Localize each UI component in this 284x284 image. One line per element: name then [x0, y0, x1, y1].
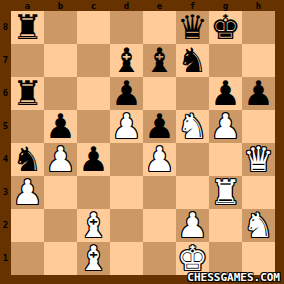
- square-c1[interactable]: ♝: [77, 242, 110, 275]
- square-c4[interactable]: ♟: [77, 143, 110, 176]
- square-h6[interactable]: ♟: [242, 77, 275, 110]
- square-g2[interactable]: [209, 209, 242, 242]
- piece-white-knight-f5[interactable]: ♞: [176, 110, 209, 143]
- piece-black-knight-f7[interactable]: ♞: [176, 44, 209, 77]
- square-d2[interactable]: [110, 209, 143, 242]
- square-d5[interactable]: ♟: [110, 110, 143, 143]
- rank-label-2: 2: [0, 209, 11, 242]
- square-a3[interactable]: ♟: [11, 176, 44, 209]
- piece-white-pawn-e4[interactable]: ♟: [143, 143, 176, 176]
- chess-board-frame: abcdefgh 87654321 ♜♛♚♝♝♞♜♟♟♟♟♟♟♞♟♞♟♟♟♛♟♜…: [0, 0, 284, 284]
- piece-black-pawn-c4[interactable]: ♟: [77, 143, 110, 176]
- rank-label-6: 6: [0, 77, 11, 110]
- square-a2[interactable]: [11, 209, 44, 242]
- square-e2[interactable]: [143, 209, 176, 242]
- piece-white-queen-h4[interactable]: ♛: [242, 143, 275, 176]
- piece-black-pawn-h6[interactable]: ♟: [242, 77, 275, 110]
- piece-white-knight-h2[interactable]: ♞: [242, 209, 275, 242]
- piece-white-pawn-a3[interactable]: ♟: [11, 176, 44, 209]
- piece-white-pawn-b4[interactable]: ♟: [44, 143, 77, 176]
- square-b3[interactable]: [44, 176, 77, 209]
- rank-label-7: 7: [0, 44, 11, 77]
- square-h8[interactable]: [242, 11, 275, 44]
- piece-black-rook-a6[interactable]: ♜: [11, 77, 44, 110]
- piece-white-rook-g3[interactable]: ♜: [209, 176, 242, 209]
- rank-label-5: 5: [0, 110, 11, 143]
- square-g3[interactable]: ♜: [209, 176, 242, 209]
- square-e4[interactable]: ♟: [143, 143, 176, 176]
- square-g8[interactable]: ♚: [209, 11, 242, 44]
- piece-black-bishop-e7[interactable]: ♝: [143, 44, 176, 77]
- square-h4[interactable]: ♛: [242, 143, 275, 176]
- square-a1[interactable]: [11, 242, 44, 275]
- piece-black-rook-a8[interactable]: ♜: [11, 11, 44, 44]
- square-a6[interactable]: ♜: [11, 77, 44, 110]
- square-g5[interactable]: ♟: [209, 110, 242, 143]
- square-c8[interactable]: [77, 11, 110, 44]
- square-d3[interactable]: [110, 176, 143, 209]
- square-f5[interactable]: ♞: [176, 110, 209, 143]
- square-b1[interactable]: [44, 242, 77, 275]
- rank-labels: 87654321: [0, 11, 11, 275]
- square-b2[interactable]: [44, 209, 77, 242]
- square-b4[interactable]: ♟: [44, 143, 77, 176]
- square-d4[interactable]: [110, 143, 143, 176]
- rank-label-1: 1: [0, 242, 11, 275]
- square-f4[interactable]: [176, 143, 209, 176]
- piece-white-pawn-g5[interactable]: ♟: [209, 110, 242, 143]
- square-a8[interactable]: ♜: [11, 11, 44, 44]
- piece-black-king-g8[interactable]: ♚: [209, 11, 242, 44]
- piece-white-bishop-c1[interactable]: ♝: [77, 242, 110, 275]
- square-e3[interactable]: [143, 176, 176, 209]
- chess-board: ♜♛♚♝♝♞♜♟♟♟♟♟♟♞♟♞♟♟♟♛♟♜♝♟♞♝♚: [11, 11, 275, 275]
- square-c6[interactable]: [77, 77, 110, 110]
- rank-label-8: 8: [0, 11, 11, 44]
- square-f7[interactable]: ♞: [176, 44, 209, 77]
- square-b7[interactable]: [44, 44, 77, 77]
- square-e1[interactable]: [143, 242, 176, 275]
- square-c7[interactable]: [77, 44, 110, 77]
- piece-white-pawn-d5[interactable]: ♟: [110, 110, 143, 143]
- square-h2[interactable]: ♞: [242, 209, 275, 242]
- chessgames-logo-text: CHESSGAMES.COM: [187, 271, 280, 284]
- square-d1[interactable]: [110, 242, 143, 275]
- rank-label-4: 4: [0, 143, 11, 176]
- square-b8[interactable]: [44, 11, 77, 44]
- rank-label-3: 3: [0, 176, 11, 209]
- square-e7[interactable]: ♝: [143, 44, 176, 77]
